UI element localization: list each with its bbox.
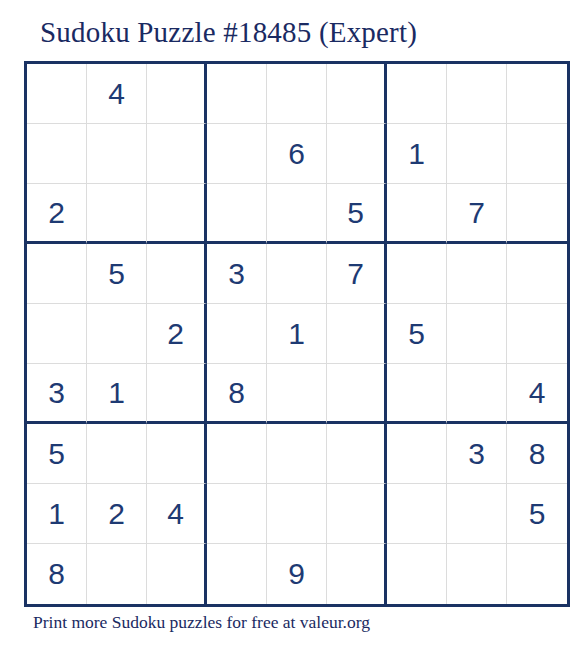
sudoku-cell-r1c6	[327, 64, 387, 124]
sudoku-cell-r8c2: 2	[87, 484, 147, 544]
sudoku-cell-r1c5	[267, 64, 327, 124]
sudoku-cell-r6c4: 8	[207, 364, 267, 424]
sudoku-cell-r3c1: 2	[27, 184, 87, 244]
sudoku-cell-r8c3: 4	[147, 484, 207, 544]
sudoku-cell-r7c7	[387, 424, 447, 484]
sudoku-cell-r6c8	[447, 364, 507, 424]
sudoku-cell-r4c3	[147, 244, 207, 304]
sudoku-cell-r7c6	[327, 424, 387, 484]
sudoku-cell-r1c8	[447, 64, 507, 124]
sudoku-cell-r5c6	[327, 304, 387, 364]
sudoku-cell-r6c9: 4	[507, 364, 567, 424]
sudoku-cell-r7c4	[207, 424, 267, 484]
sudoku-cell-r8c5	[267, 484, 327, 544]
sudoku-cell-r7c8: 3	[447, 424, 507, 484]
sudoku-cell-r3c3	[147, 184, 207, 244]
sudoku-cell-r9c9	[507, 544, 567, 604]
sudoku-cell-r9c6	[327, 544, 387, 604]
sudoku-cell-r3c7	[387, 184, 447, 244]
sudoku-cell-r3c5	[267, 184, 327, 244]
sudoku-cell-r8c9: 5	[507, 484, 567, 544]
sudoku-print-page: Sudoku Puzzle #18485 (Expert) 4612575372…	[0, 0, 580, 651]
sudoku-cell-r2c8	[447, 124, 507, 184]
sudoku-cell-r1c7	[387, 64, 447, 124]
sudoku-cell-r5c2	[87, 304, 147, 364]
sudoku-cell-r3c9	[507, 184, 567, 244]
sudoku-cell-r6c3	[147, 364, 207, 424]
sudoku-cell-r4c2: 5	[87, 244, 147, 304]
sudoku-cell-r9c1: 8	[27, 544, 87, 604]
sudoku-cell-r7c5	[267, 424, 327, 484]
sudoku-cell-r2c6	[327, 124, 387, 184]
sudoku-cell-r4c4: 3	[207, 244, 267, 304]
sudoku-cell-r5c3: 2	[147, 304, 207, 364]
sudoku-cell-r7c9: 8	[507, 424, 567, 484]
sudoku-cell-r6c5	[267, 364, 327, 424]
sudoku-cell-r2c3	[147, 124, 207, 184]
sudoku-cell-r8c6	[327, 484, 387, 544]
sudoku-cell-r2c4	[207, 124, 267, 184]
sudoku-cell-r4c6: 7	[327, 244, 387, 304]
sudoku-cell-r5c4	[207, 304, 267, 364]
sudoku-cell-r9c8	[447, 544, 507, 604]
sudoku-cell-r1c2: 4	[87, 64, 147, 124]
sudoku-cell-r8c7	[387, 484, 447, 544]
sudoku-cell-r6c6	[327, 364, 387, 424]
sudoku-cell-r2c2	[87, 124, 147, 184]
sudoku-cell-r5c7: 5	[387, 304, 447, 364]
sudoku-cell-r7c3	[147, 424, 207, 484]
sudoku-cell-r3c6: 5	[327, 184, 387, 244]
sudoku-cell-r5c1	[27, 304, 87, 364]
footer-credit: Print more Sudoku puzzles for free at va…	[33, 612, 370, 633]
page-title: Sudoku Puzzle #18485 (Expert)	[40, 16, 417, 49]
sudoku-cell-r2c9	[507, 124, 567, 184]
sudoku-cell-r2c5: 6	[267, 124, 327, 184]
sudoku-cell-r7c2	[87, 424, 147, 484]
sudoku-cell-r9c3	[147, 544, 207, 604]
sudoku-cell-r5c9	[507, 304, 567, 364]
sudoku-cell-r5c5: 1	[267, 304, 327, 364]
sudoku-cell-r4c7	[387, 244, 447, 304]
sudoku-cell-r3c2	[87, 184, 147, 244]
sudoku-cell-r6c1: 3	[27, 364, 87, 424]
sudoku-cell-r9c4	[207, 544, 267, 604]
sudoku-cell-r1c1	[27, 64, 87, 124]
sudoku-cell-r3c4	[207, 184, 267, 244]
sudoku-cell-r2c1	[27, 124, 87, 184]
sudoku-cell-r1c3	[147, 64, 207, 124]
sudoku-grid: 4612575372153184538124589	[24, 61, 570, 607]
sudoku-cell-r9c7	[387, 544, 447, 604]
sudoku-cell-r4c8	[447, 244, 507, 304]
sudoku-cell-r4c1	[27, 244, 87, 304]
sudoku-cell-r4c9	[507, 244, 567, 304]
sudoku-cell-r1c9	[507, 64, 567, 124]
sudoku-cell-r9c5: 9	[267, 544, 327, 604]
sudoku-cell-r8c4	[207, 484, 267, 544]
sudoku-cell-r1c4	[207, 64, 267, 124]
sudoku-cell-r6c7	[387, 364, 447, 424]
sudoku-cell-r5c8	[447, 304, 507, 364]
sudoku-cell-r8c1: 1	[27, 484, 87, 544]
sudoku-cell-r2c7: 1	[387, 124, 447, 184]
sudoku-cell-r4c5	[267, 244, 327, 304]
sudoku-cell-r3c8: 7	[447, 184, 507, 244]
sudoku-cell-r7c1: 5	[27, 424, 87, 484]
sudoku-cell-r6c2: 1	[87, 364, 147, 424]
sudoku-cell-r8c8	[447, 484, 507, 544]
sudoku-cell-r9c2	[87, 544, 147, 604]
